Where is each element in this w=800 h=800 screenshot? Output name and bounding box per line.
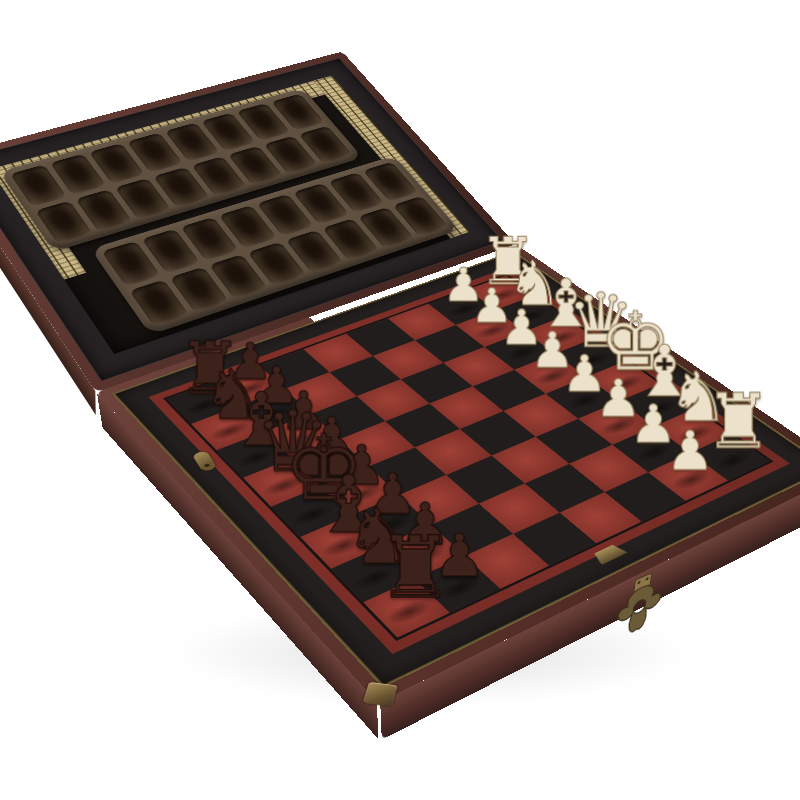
corner-bracket-icon — [363, 682, 398, 707]
product-photo-scene: ♜♟♟♜♞♟♟♞♝♟♟♝♛♟♟♛♚♟♟♚♝♟♟♝♞♟♟♞♜♟♟♜ — [0, 0, 800, 800]
piece-pocket — [10, 164, 67, 206]
chess-piece-white-p: ♟ — [662, 424, 718, 478]
chess-piece-dark-r: ♜ — [377, 524, 439, 610]
